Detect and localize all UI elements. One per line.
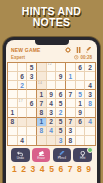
- cell-r9c8[interactable]: [76, 136, 86, 145]
- erase-label: Erase: [37, 157, 45, 160]
- cell-r7c8[interactable]: 6: [76, 118, 86, 127]
- cell-r7c5[interactable]: 2: [47, 118, 57, 127]
- numpad-digit-1[interactable]: 1: [12, 165, 17, 174]
- cell-r1c7[interactable]: [66, 63, 76, 72]
- cell-r6c6[interactable]: 2: [56, 108, 66, 117]
- cell-r5c8[interactable]: 1: [76, 99, 86, 108]
- digit: 7: [68, 118, 72, 125]
- digit: 8: [39, 127, 43, 134]
- cell-r1c9[interactable]: 2: [85, 63, 95, 72]
- difficulty-label: Expert: [11, 55, 25, 60]
- digit: 4: [49, 127, 53, 134]
- cell-r6c2[interactable]: [18, 108, 28, 117]
- cell-r6c8[interactable]: 9: [76, 108, 86, 117]
- cell-r1c1[interactable]: [8, 63, 18, 72]
- cell-r3c7[interactable]: [66, 81, 76, 90]
- cell-r9c7[interactable]: 8: [66, 136, 76, 145]
- cell-r3c4[interactable]: 1 4: [37, 81, 47, 90]
- cell-r7c2[interactable]: [18, 118, 28, 127]
- digit: 8: [10, 118, 14, 125]
- pencil-label: Pencil: [58, 157, 66, 160]
- cell-r5c7[interactable]: [66, 99, 76, 108]
- pencil-notes: 1 2: [48, 63, 55, 66]
- cell-r1c6[interactable]: [56, 63, 66, 72]
- cell-r4c8[interactable]: 5: [76, 90, 86, 99]
- cell-r8c5[interactable]: 4: [47, 127, 57, 136]
- digit: 1: [10, 109, 14, 116]
- digit: 9: [49, 91, 53, 98]
- digit: 3: [30, 73, 34, 80]
- numpad-digit-6[interactable]: 6: [58, 165, 63, 174]
- settings-gear-icon[interactable]: [65, 47, 71, 53]
- cell-r2c5[interactable]: [47, 72, 57, 81]
- digit: 4: [88, 118, 92, 125]
- cell-r6c3[interactable]: [27, 108, 37, 117]
- new-game-button[interactable]: NEW GAME: [11, 47, 41, 53]
- cell-r4c9[interactable]: 3: [85, 90, 95, 99]
- cell-r2c8[interactable]: [76, 72, 86, 81]
- cell-r2c1[interactable]: [8, 72, 18, 81]
- cell-r9c9[interactable]: [85, 136, 95, 145]
- sudoku-board: 51 262639121 441967531 76745181832981257…: [7, 62, 96, 146]
- cell-r7c3[interactable]: [27, 118, 37, 127]
- pause-icon[interactable]: [76, 47, 81, 53]
- cell-r5c6[interactable]: 5: [56, 99, 66, 108]
- digit: 1: [39, 91, 43, 98]
- numpad-digit-9[interactable]: 9: [86, 165, 91, 174]
- cell-r7c1[interactable]: 8: [8, 118, 18, 127]
- cell-r8c9[interactable]: [85, 127, 95, 136]
- undo-button[interactable]: Undo: [11, 148, 30, 162]
- digit: 9: [78, 109, 82, 116]
- digit: 4: [49, 100, 53, 107]
- cell-r2c3[interactable]: 3: [27, 72, 37, 81]
- status-row: Expert 00:28: [6, 54, 97, 62]
- app-screen: NEW GAME: [6, 40, 97, 183]
- cell-r5c4[interactable]: 7: [37, 99, 47, 108]
- digit: 3: [88, 91, 92, 98]
- digit: 6: [78, 64, 82, 71]
- cell-r1c2[interactable]: [18, 63, 28, 72]
- cell-r4c5[interactable]: 9: [47, 90, 57, 99]
- cell-r1c3[interactable]: 5: [27, 63, 37, 72]
- digit: 6: [20, 73, 24, 80]
- cell-r4c4[interactable]: 1: [37, 90, 47, 99]
- digit: 5: [30, 64, 34, 71]
- cell-r1c8[interactable]: 6: [76, 63, 86, 72]
- digit: 4: [88, 82, 92, 89]
- numpad-digit-8[interactable]: 8: [77, 165, 82, 174]
- cell-r5c2[interactable]: 1 7: [18, 99, 28, 108]
- digit: 5: [59, 118, 63, 125]
- cell-r3c2[interactable]: 2: [18, 81, 28, 90]
- erase-button[interactable]: Erase: [32, 148, 51, 162]
- digit: 3: [59, 137, 63, 144]
- numpad-digit-3[interactable]: 3: [31, 165, 36, 174]
- cell-r6c5[interactable]: 3: [47, 108, 57, 117]
- cell-r9c6[interactable]: 3: [56, 136, 66, 145]
- cell-r2c2[interactable]: 6: [18, 72, 28, 81]
- digit: 2: [49, 118, 53, 125]
- cell-r6c1[interactable]: 1: [8, 108, 18, 117]
- digit: 8: [88, 100, 92, 107]
- cell-r5c9[interactable]: 8: [85, 99, 95, 108]
- pencil-notes: 1 4: [38, 82, 45, 85]
- cell-r2c4[interactable]: [37, 72, 47, 81]
- cell-r9c4[interactable]: [37, 136, 47, 145]
- cell-r9c3[interactable]: [27, 136, 37, 145]
- cell-r4c1[interactable]: [8, 90, 18, 99]
- digit: 6: [59, 91, 63, 98]
- cell-r9c1[interactable]: [8, 136, 18, 145]
- cell-r4c6[interactable]: 6: [56, 90, 66, 99]
- digit: 5: [78, 91, 82, 98]
- cell-r7c7[interactable]: 7: [66, 118, 76, 127]
- cell-r3c1[interactable]: [8, 81, 18, 90]
- digit: 3: [68, 127, 72, 134]
- hint-label: Hint: [80, 157, 85, 160]
- numpad: 123456789: [6, 163, 97, 174]
- cell-r7c4[interactable]: 1: [37, 118, 47, 127]
- undo-label: Undo: [17, 157, 24, 160]
- cell-r6c7[interactable]: [66, 108, 76, 117]
- digit: 1: [39, 118, 43, 125]
- cell-r8c7[interactable]: 3: [66, 127, 76, 136]
- cell-r9c5[interactable]: [47, 136, 57, 145]
- digit: 7: [68, 91, 72, 98]
- cell-r8c2[interactable]: [18, 127, 28, 136]
- cell-r8c4[interactable]: 8: [37, 127, 47, 136]
- cell-r1c5[interactable]: 1 2: [47, 63, 57, 72]
- cell-r5c3[interactable]: 6: [27, 99, 37, 108]
- digit: 1: [78, 100, 82, 107]
- cell-r5c1[interactable]: [8, 99, 18, 108]
- digit: 7: [39, 100, 43, 107]
- digit: 9: [59, 73, 63, 80]
- pencil-icon[interactable]: [86, 47, 92, 53]
- toolbar: Undo Erase: [6, 146, 97, 164]
- digit: 5: [59, 100, 63, 107]
- cell-r4c2[interactable]: [18, 90, 28, 99]
- cell-r4c7[interactable]: 7: [66, 90, 76, 99]
- digit: 4: [20, 137, 24, 144]
- digit: 8: [68, 137, 72, 144]
- cell-r3c8[interactable]: [76, 81, 86, 90]
- hint-badge: [87, 147, 93, 153]
- digit: 6: [78, 118, 82, 125]
- digit: 2: [20, 82, 24, 89]
- phone-notch: [35, 40, 69, 45]
- digit: 2: [59, 109, 63, 116]
- cell-r8c3[interactable]: [27, 127, 37, 136]
- cell-r7c6[interactable]: 5: [56, 118, 66, 127]
- promo-title: HINTS AND NOTES: [0, 6, 103, 29]
- cell-r5c5[interactable]: 4: [47, 99, 57, 108]
- cell-r2c9[interactable]: [85, 72, 95, 81]
- cell-r6c4[interactable]: 8: [37, 108, 47, 117]
- digit: 5: [59, 127, 63, 134]
- cell-r3c5[interactable]: [47, 81, 57, 90]
- cell-r8c8[interactable]: [76, 127, 86, 136]
- timer-value: 00:28: [80, 55, 92, 60]
- phone-mockup: NEW GAME: [3, 37, 100, 183]
- cell-r1c4[interactable]: [37, 63, 47, 72]
- digit: 1: [68, 73, 72, 80]
- pencil-notes: 1 7: [19, 100, 26, 103]
- notes-pencil-button[interactable]: Pencil: [53, 148, 72, 162]
- digit: 6: [30, 100, 34, 107]
- promo-title-line2: NOTES: [0, 17, 103, 28]
- cell-r7c9[interactable]: 4: [85, 118, 95, 127]
- cell-r2c7[interactable]: 1: [66, 72, 76, 81]
- digit: 2: [88, 64, 92, 71]
- numpad-digit-4[interactable]: 4: [40, 165, 45, 174]
- cell-r3c3[interactable]: [27, 81, 37, 90]
- cell-r9c2[interactable]: 4: [18, 136, 28, 145]
- cell-r2c6[interactable]: 9: [56, 72, 66, 81]
- cell-r8c6[interactable]: 5: [56, 127, 66, 136]
- cell-r8c1[interactable]: [8, 127, 18, 136]
- cell-r6c9[interactable]: [85, 108, 95, 117]
- cell-r3c9[interactable]: 4: [85, 81, 95, 90]
- numpad-digit-5[interactable]: 5: [49, 165, 54, 174]
- digit: 3: [49, 109, 53, 116]
- numpad-digit-2[interactable]: 2: [21, 165, 26, 174]
- clock-icon: [74, 55, 79, 60]
- cell-r4c3[interactable]: [27, 90, 37, 99]
- numpad-digit-7[interactable]: 7: [68, 165, 73, 174]
- digit: 8: [39, 109, 43, 116]
- cell-r3c6[interactable]: [56, 81, 66, 90]
